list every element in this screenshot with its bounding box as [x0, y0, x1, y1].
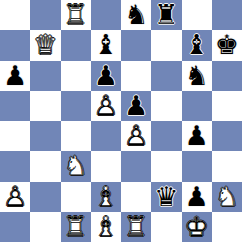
square-b6[interactable]: [30, 61, 60, 91]
square-f4[interactable]: [151, 121, 181, 151]
piece-black-pawn[interactable]: ♟: [185, 182, 209, 212]
piece-black-queen[interactable]: ♛: [154, 182, 178, 212]
piece-black-pawn[interactable]: ♟: [185, 121, 209, 151]
square-c3[interactable]: ♞: [61, 151, 91, 181]
piece-white-knight[interactable]: ♞: [215, 182, 239, 212]
square-e2[interactable]: [121, 182, 151, 212]
square-a7[interactable]: [0, 30, 30, 60]
square-d7[interactable]: ♝: [91, 30, 121, 60]
square-e5[interactable]: ♟: [121, 91, 151, 121]
square-c1[interactable]: ♜: [61, 212, 91, 242]
square-f1[interactable]: [151, 212, 181, 242]
square-d5[interactable]: ♟: [91, 91, 121, 121]
piece-black-knight[interactable]: ♞: [124, 0, 148, 30]
piece-black-bishop[interactable]: ♝: [185, 30, 209, 60]
piece-white-queen[interactable]: ♛: [33, 30, 57, 60]
square-d1[interactable]: ♝: [91, 212, 121, 242]
square-h7[interactable]: ♚: [212, 30, 242, 60]
piece-white-rook[interactable]: ♜: [64, 0, 88, 30]
piece-black-pawn[interactable]: ♟: [3, 61, 27, 91]
square-f5[interactable]: [151, 91, 181, 121]
piece-black-rook[interactable]: ♜: [154, 0, 178, 30]
piece-black-pawn[interactable]: ♟: [94, 61, 118, 91]
square-a8[interactable]: [0, 0, 30, 30]
piece-black-bishop[interactable]: ♝: [94, 30, 118, 60]
square-d2[interactable]: ♝: [91, 182, 121, 212]
square-e7[interactable]: [121, 30, 151, 60]
square-c6[interactable]: [61, 61, 91, 91]
square-f3[interactable]: [151, 151, 181, 181]
square-b1[interactable]: [30, 212, 60, 242]
square-d4[interactable]: [91, 121, 121, 151]
square-h5[interactable]: [212, 91, 242, 121]
square-b8[interactable]: [30, 0, 60, 30]
piece-white-pawn[interactable]: ♟: [94, 91, 118, 121]
square-g3[interactable]: [182, 151, 212, 181]
piece-white-bishop[interactable]: ♝: [94, 212, 118, 242]
square-b3[interactable]: [30, 151, 60, 181]
piece-white-knight[interactable]: ♞: [64, 151, 88, 181]
square-d3[interactable]: [91, 151, 121, 181]
square-c5[interactable]: [61, 91, 91, 121]
square-e4[interactable]: ♟: [121, 121, 151, 151]
piece-white-bishop[interactable]: ♝: [94, 182, 118, 212]
square-g4[interactable]: ♟: [182, 121, 212, 151]
square-g5[interactable]: [182, 91, 212, 121]
square-f7[interactable]: [151, 30, 181, 60]
square-c2[interactable]: [61, 182, 91, 212]
square-f6[interactable]: [151, 61, 181, 91]
square-c4[interactable]: [61, 121, 91, 151]
square-a5[interactable]: [0, 91, 30, 121]
square-b5[interactable]: [30, 91, 60, 121]
square-d6[interactable]: ♟: [91, 61, 121, 91]
piece-white-rook[interactable]: ♜: [64, 212, 88, 242]
square-g8[interactable]: [182, 0, 212, 30]
square-h8[interactable]: [212, 0, 242, 30]
square-f8[interactable]: ♜: [151, 0, 181, 30]
square-c8[interactable]: ♜: [61, 0, 91, 30]
piece-black-pawn[interactable]: ♟: [124, 91, 148, 121]
piece-white-pawn[interactable]: ♟: [3, 182, 27, 212]
piece-white-king[interactable]: ♚: [185, 212, 209, 242]
square-a3[interactable]: [0, 151, 30, 181]
square-g6[interactable]: ♞: [182, 61, 212, 91]
square-d8[interactable]: [91, 0, 121, 30]
square-g7[interactable]: ♝: [182, 30, 212, 60]
square-f2[interactable]: ♛: [151, 182, 181, 212]
square-h4[interactable]: [212, 121, 242, 151]
square-a2[interactable]: ♟: [0, 182, 30, 212]
piece-black-knight[interactable]: ♞: [185, 61, 209, 91]
square-b7[interactable]: ♛: [30, 30, 60, 60]
square-e1[interactable]: ♜: [121, 212, 151, 242]
square-g2[interactable]: ♟: [182, 182, 212, 212]
square-h6[interactable]: [212, 61, 242, 91]
piece-white-rook[interactable]: ♜: [124, 212, 148, 242]
square-h2[interactable]: ♞: [212, 182, 242, 212]
chess-board: ♜♞♜♛♝♝♚♟♟♞♟♟♟♟♞♟♝♛♟♞♜♝♜♚: [0, 0, 242, 242]
square-e8[interactable]: ♞: [121, 0, 151, 30]
square-e3[interactable]: [121, 151, 151, 181]
square-a1[interactable]: [0, 212, 30, 242]
chessboard-container: ♜♞♜♛♝♝♚♟♟♞♟♟♟♟♞♟♝♛♟♞♜♝♜♚: [0, 0, 242, 242]
square-b4[interactable]: [30, 121, 60, 151]
square-a4[interactable]: [0, 121, 30, 151]
piece-black-king[interactable]: ♚: [215, 30, 239, 60]
piece-white-pawn[interactable]: ♟: [124, 121, 148, 151]
square-e6[interactable]: [121, 61, 151, 91]
square-b2[interactable]: [30, 182, 60, 212]
square-h1[interactable]: [212, 212, 242, 242]
square-g1[interactable]: ♚: [182, 212, 212, 242]
square-h3[interactable]: [212, 151, 242, 181]
square-c7[interactable]: [61, 30, 91, 60]
square-a6[interactable]: ♟: [0, 61, 30, 91]
